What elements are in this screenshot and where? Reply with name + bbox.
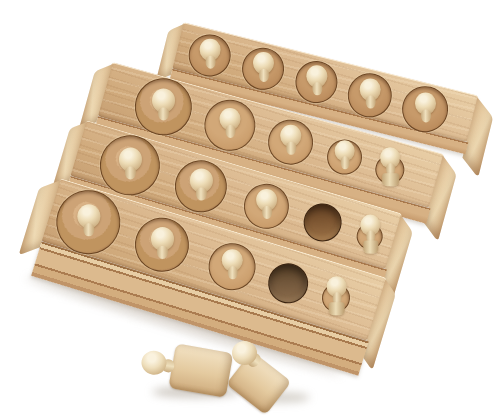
block-3-cylinder-2-knob[interactable] xyxy=(190,169,213,201)
knob-neck xyxy=(205,56,215,69)
loose-cylinder-small[interactable] xyxy=(231,340,311,402)
cylinder-body xyxy=(363,241,378,254)
block-1-cylinder-2-knob[interactable] xyxy=(253,52,274,82)
block-4-cylinder-2-knob[interactable] xyxy=(151,227,174,259)
block-4-right-end-face xyxy=(362,280,396,371)
knob-neck xyxy=(312,82,322,95)
block-4-empty-hole-4[interactable] xyxy=(263,258,313,308)
block-3-socket-3 xyxy=(238,178,294,234)
loose-cylinder-small-knob[interactable] xyxy=(232,341,257,365)
cylinder-body xyxy=(329,302,345,315)
block-4-socket-5 xyxy=(319,280,354,315)
cylinder-blocks-scene xyxy=(0,0,500,418)
knob-neck xyxy=(157,246,168,259)
knob-neck xyxy=(286,142,296,155)
knob-neck xyxy=(340,156,349,169)
block-4-socket-3 xyxy=(202,237,261,296)
block-2-cylinder-5-knob[interactable] xyxy=(380,147,400,186)
block-1-cylinder-4-knob[interactable] xyxy=(360,79,381,109)
knob-neck xyxy=(259,69,269,82)
block-4-cylinder-1-knob[interactable] xyxy=(77,204,100,236)
block-3-cylinder-5-knob[interactable] xyxy=(360,215,380,254)
block-2-socket-5 xyxy=(372,151,408,187)
block-4-left-end-face xyxy=(19,180,61,255)
block-2-cylinder-2-knob[interactable] xyxy=(220,108,241,138)
block-2-cylinder-4-knob[interactable] xyxy=(335,140,355,169)
block-1-cylinder-3-knob[interactable] xyxy=(306,65,327,95)
block-1-cylinder-1-knob[interactable] xyxy=(200,39,221,69)
block-2-right-end-face xyxy=(424,156,456,242)
block-3-socket-5 xyxy=(353,220,385,252)
knob-neck xyxy=(365,96,375,109)
block-1-right-end-face xyxy=(462,97,493,177)
block-4-cylinder-5-knob[interactable] xyxy=(327,276,347,315)
block-4-socket-2 xyxy=(128,211,195,278)
knob-neck xyxy=(158,107,169,120)
knob-neck xyxy=(125,167,136,180)
block-3-cylinder-1-knob[interactable] xyxy=(119,148,142,180)
cylinder-body xyxy=(382,173,399,186)
loose-cylinder-large-body[interactable] xyxy=(168,343,233,397)
block-4-cylinder-3-knob[interactable] xyxy=(222,249,243,279)
block-2-socket-3 xyxy=(263,114,318,169)
block-2-cylinder-3-knob[interactable] xyxy=(280,125,301,155)
block-3-empty-hole-4[interactable] xyxy=(299,199,346,246)
loose-cylinder-large-knob[interactable] xyxy=(140,349,169,377)
block-3-cylinder-3-knob[interactable] xyxy=(256,189,277,219)
knob-neck xyxy=(421,109,431,122)
block-2-cylinder-1-knob[interactable] xyxy=(152,88,175,120)
knob-neck xyxy=(196,188,207,201)
block-1-cylinder-5-knob[interactable] xyxy=(415,92,436,122)
knob-neck xyxy=(83,223,94,236)
block-2-socket-4 xyxy=(323,135,366,178)
knob-neck xyxy=(227,266,237,279)
knob-neck xyxy=(262,206,272,219)
knob-neck xyxy=(225,125,235,138)
